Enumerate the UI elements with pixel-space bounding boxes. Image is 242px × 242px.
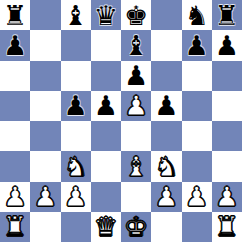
square-c7[interactable] — [61, 30, 91, 60]
square-a3[interactable] — [0, 151, 30, 181]
square-g1[interactable] — [182, 212, 212, 242]
chess-board: ♜♝♛♚♞♜♟♝♟♟♟♟♟♟♟♞♝♞♟♟♟♟♟♟♜♛♚♜ — [0, 0, 242, 242]
square-a7[interactable]: ♟ — [0, 30, 30, 60]
square-h2[interactable]: ♟ — [212, 182, 242, 212]
square-e8[interactable]: ♚ — [121, 0, 151, 30]
square-c6[interactable] — [61, 61, 91, 91]
piece-black-pawn[interactable]: ♟ — [124, 62, 148, 89]
square-a5[interactable] — [0, 91, 30, 121]
square-c1[interactable] — [61, 212, 91, 242]
square-h3[interactable] — [212, 151, 242, 181]
piece-white-pawn[interactable]: ♟ — [33, 183, 57, 210]
square-e3[interactable]: ♝ — [121, 151, 151, 181]
piece-black-pawn[interactable]: ♟ — [185, 32, 209, 59]
square-d5[interactable]: ♟ — [91, 91, 121, 121]
piece-black-rook[interactable]: ♜ — [3, 2, 27, 29]
square-h8[interactable]: ♜ — [212, 0, 242, 30]
square-b2[interactable]: ♟ — [30, 182, 60, 212]
piece-black-pawn[interactable]: ♟ — [3, 32, 27, 59]
square-b4[interactable] — [30, 121, 60, 151]
piece-white-queen[interactable]: ♛ — [94, 213, 118, 240]
piece-white-pawn[interactable]: ♟ — [215, 183, 239, 210]
piece-black-pawn[interactable]: ♟ — [94, 92, 118, 119]
piece-black-king[interactable]: ♚ — [124, 2, 148, 29]
square-c2[interactable]: ♟ — [61, 182, 91, 212]
square-e2[interactable] — [121, 182, 151, 212]
square-g5[interactable] — [182, 91, 212, 121]
piece-white-bishop[interactable]: ♝ — [124, 153, 148, 180]
piece-white-pawn[interactable]: ♟ — [124, 92, 148, 119]
square-h6[interactable] — [212, 61, 242, 91]
square-h4[interactable] — [212, 121, 242, 151]
square-f3[interactable]: ♞ — [151, 151, 181, 181]
piece-black-pawn[interactable]: ♟ — [154, 92, 178, 119]
square-a8[interactable]: ♜ — [0, 0, 30, 30]
square-c4[interactable] — [61, 121, 91, 151]
square-d1[interactable]: ♛ — [91, 212, 121, 242]
piece-black-rook[interactable]: ♜ — [215, 2, 239, 29]
square-b1[interactable] — [30, 212, 60, 242]
piece-white-rook[interactable]: ♜ — [215, 213, 239, 240]
square-h7[interactable]: ♟ — [212, 30, 242, 60]
piece-white-pawn[interactable]: ♟ — [3, 183, 27, 210]
square-d3[interactable] — [91, 151, 121, 181]
square-c8[interactable]: ♝ — [61, 0, 91, 30]
square-b8[interactable] — [30, 0, 60, 30]
piece-black-queen[interactable]: ♛ — [94, 2, 118, 29]
square-b3[interactable] — [30, 151, 60, 181]
square-d8[interactable]: ♛ — [91, 0, 121, 30]
piece-black-knight[interactable]: ♞ — [185, 2, 209, 29]
piece-black-pawn[interactable]: ♟ — [64, 92, 88, 119]
square-g4[interactable] — [182, 121, 212, 151]
square-h1[interactable]: ♜ — [212, 212, 242, 242]
square-d6[interactable] — [91, 61, 121, 91]
square-a4[interactable] — [0, 121, 30, 151]
piece-black-pawn[interactable]: ♟ — [215, 32, 239, 59]
square-e6[interactable]: ♟ — [121, 61, 151, 91]
square-c3[interactable]: ♞ — [61, 151, 91, 181]
square-d4[interactable] — [91, 121, 121, 151]
piece-black-bishop[interactable]: ♝ — [124, 32, 148, 59]
square-b7[interactable] — [30, 30, 60, 60]
piece-white-rook[interactable]: ♜ — [3, 213, 27, 240]
piece-white-pawn[interactable]: ♟ — [64, 183, 88, 210]
square-f4[interactable] — [151, 121, 181, 151]
square-e7[interactable]: ♝ — [121, 30, 151, 60]
piece-white-pawn[interactable]: ♟ — [154, 183, 178, 210]
square-d2[interactable] — [91, 182, 121, 212]
square-a6[interactable] — [0, 61, 30, 91]
square-f7[interactable] — [151, 30, 181, 60]
square-d7[interactable] — [91, 30, 121, 60]
square-e1[interactable]: ♚ — [121, 212, 151, 242]
square-g6[interactable] — [182, 61, 212, 91]
square-h5[interactable] — [212, 91, 242, 121]
piece-white-knight[interactable]: ♞ — [64, 153, 88, 180]
square-f1[interactable] — [151, 212, 181, 242]
square-e5[interactable]: ♟ — [121, 91, 151, 121]
piece-white-king[interactable]: ♚ — [124, 213, 148, 240]
square-b5[interactable] — [30, 91, 60, 121]
square-g7[interactable]: ♟ — [182, 30, 212, 60]
square-f8[interactable] — [151, 0, 181, 30]
square-e4[interactable] — [121, 121, 151, 151]
square-f2[interactable]: ♟ — [151, 182, 181, 212]
square-g3[interactable] — [182, 151, 212, 181]
piece-black-bishop[interactable]: ♝ — [64, 2, 88, 29]
square-f5[interactable]: ♟ — [151, 91, 181, 121]
square-f6[interactable] — [151, 61, 181, 91]
square-g8[interactable]: ♞ — [182, 0, 212, 30]
square-b6[interactable] — [30, 61, 60, 91]
square-g2[interactable]: ♟ — [182, 182, 212, 212]
square-a1[interactable]: ♜ — [0, 212, 30, 242]
square-c5[interactable]: ♟ — [61, 91, 91, 121]
piece-white-knight[interactable]: ♞ — [154, 153, 178, 180]
square-a2[interactable]: ♟ — [0, 182, 30, 212]
piece-white-pawn[interactable]: ♟ — [185, 183, 209, 210]
